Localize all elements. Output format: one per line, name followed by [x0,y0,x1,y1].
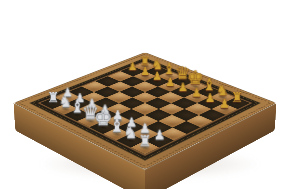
scene: ♜♞♝♛♚♝♞♜♟♟♟♟♟♟♟♟♟♟♟♟♟♟♟♟♜♞♝♛♚♝♞♜ [0,0,290,189]
square-c6[interactable] [132,81,157,92]
leather-border: ♜♞♝♛♚♝♞♜♟♟♟♟♟♟♟♟♟♟♟♟♟♟♟♟♜♞♝♛♚♝♞♜ [13,52,276,169]
pawn-glyph: ♟ [153,128,165,141]
chess-box: ♜♞♝♛♚♝♞♜♟♟♟♟♟♟♟♟♟♟♟♟♟♟♟♟♜♞♝♛♚♝♞♜ [13,52,276,169]
pawn-glyph: ♟ [152,71,162,82]
pawn-glyph: ♟ [219,98,230,110]
pawn-glyph: ♟ [165,76,175,88]
rook-glyph: ♜ [231,91,243,105]
photo-background: ♜♞♝♛♚♝♞♜♟♟♟♟♟♟♟♟♟♟♟♟♟♟♟♟♜♞♝♛♚♝♞♜ [0,0,290,189]
pawn-glyph: ♟ [205,92,216,104]
pawn-glyph: ♟ [178,81,188,93]
pawn-glyph: ♟ [128,61,138,72]
pawn-glyph: ♟ [191,86,202,98]
pawn-glyph: ♟ [140,66,150,77]
knight-glyph: ♞ [123,125,138,141]
rook-glyph: ♜ [138,133,151,148]
